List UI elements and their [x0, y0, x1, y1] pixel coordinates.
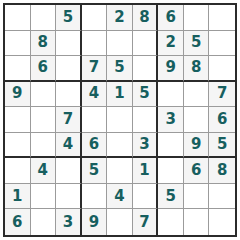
cell-r8c4[interactable] — [82, 184, 108, 210]
cell-r7c7[interactable] — [158, 158, 184, 184]
cell-r4c7[interactable] — [158, 82, 184, 108]
cell-r1c6[interactable]: 8 — [133, 5, 159, 31]
cell-r9c9[interactable] — [209, 209, 235, 235]
cell-r5c1[interactable] — [5, 107, 31, 133]
cell-r3c1[interactable] — [5, 56, 31, 82]
cell-r8c6[interactable] — [133, 184, 159, 210]
cell-r5c6[interactable] — [133, 107, 159, 133]
cell-r2c4[interactable] — [82, 31, 108, 57]
cell-r4c4[interactable]: 4 — [82, 82, 108, 108]
sudoku-board: 5286825675989415773646395451681456397 — [3, 3, 237, 237]
cell-r3c8[interactable]: 8 — [184, 56, 210, 82]
cell-r6c3[interactable]: 4 — [56, 133, 82, 159]
cell-r4c6[interactable]: 5 — [133, 82, 159, 108]
cell-r4c5[interactable]: 1 — [107, 82, 133, 108]
cell-r5c4[interactable] — [82, 107, 108, 133]
cell-r9c6[interactable]: 7 — [133, 209, 159, 235]
cell-r9c3[interactable]: 3 — [56, 209, 82, 235]
sudoku-page: 5286825675989415773646395451681456397 — [0, 0, 240, 240]
cell-r6c2[interactable] — [31, 133, 57, 159]
cell-r6c7[interactable] — [158, 133, 184, 159]
cell-r2c8[interactable]: 5 — [184, 31, 210, 57]
cell-r1c7[interactable]: 6 — [158, 5, 184, 31]
cell-r3c7[interactable]: 9 — [158, 56, 184, 82]
cell-r8c3[interactable] — [56, 184, 82, 210]
cell-r9c2[interactable] — [31, 209, 57, 235]
cell-r8c1[interactable]: 1 — [5, 184, 31, 210]
cell-r4c1[interactable]: 9 — [5, 82, 31, 108]
cell-r5c8[interactable] — [184, 107, 210, 133]
cell-r6c6[interactable]: 3 — [133, 133, 159, 159]
cell-r6c4[interactable]: 6 — [82, 133, 108, 159]
cell-r7c3[interactable] — [56, 158, 82, 184]
cell-r3c6[interactable] — [133, 56, 159, 82]
cell-r5c5[interactable] — [107, 107, 133, 133]
cell-r2c7[interactable]: 2 — [158, 31, 184, 57]
cell-r6c1[interactable] — [5, 133, 31, 159]
cell-r8c9[interactable] — [209, 184, 235, 210]
cell-r2c9[interactable] — [209, 31, 235, 57]
cell-r5c2[interactable] — [31, 107, 57, 133]
cell-r6c5[interactable] — [107, 133, 133, 159]
cell-r7c1[interactable] — [5, 158, 31, 184]
cell-r5c7[interactable]: 3 — [158, 107, 184, 133]
cell-r8c2[interactable] — [31, 184, 57, 210]
cell-r9c4[interactable]: 9 — [82, 209, 108, 235]
cell-r2c5[interactable] — [107, 31, 133, 57]
cell-r2c1[interactable] — [5, 31, 31, 57]
cell-r4c2[interactable] — [31, 82, 57, 108]
cell-r8c7[interactable]: 5 — [158, 184, 184, 210]
cell-r3c5[interactable]: 5 — [107, 56, 133, 82]
cell-r7c9[interactable]: 8 — [209, 158, 235, 184]
cell-r5c9[interactable]: 6 — [209, 107, 235, 133]
cell-r2c2[interactable]: 8 — [31, 31, 57, 57]
cell-r1c4[interactable] — [82, 5, 108, 31]
cell-r1c9[interactable] — [209, 5, 235, 31]
cell-r1c3[interactable]: 5 — [56, 5, 82, 31]
cell-r7c4[interactable]: 5 — [82, 158, 108, 184]
cell-r9c8[interactable] — [184, 209, 210, 235]
cell-r7c8[interactable]: 6 — [184, 158, 210, 184]
cell-r6c8[interactable]: 9 — [184, 133, 210, 159]
cell-r1c1[interactable] — [5, 5, 31, 31]
cell-r1c5[interactable]: 2 — [107, 5, 133, 31]
cell-r9c1[interactable]: 6 — [5, 209, 31, 235]
cell-r7c2[interactable]: 4 — [31, 158, 57, 184]
cell-r8c8[interactable] — [184, 184, 210, 210]
cell-r2c6[interactable] — [133, 31, 159, 57]
cell-r4c9[interactable]: 7 — [209, 82, 235, 108]
cell-r4c3[interactable] — [56, 82, 82, 108]
cell-r9c7[interactable] — [158, 209, 184, 235]
cell-r7c6[interactable]: 1 — [133, 158, 159, 184]
cell-r3c2[interactable]: 6 — [31, 56, 57, 82]
cell-r5c3[interactable]: 7 — [56, 107, 82, 133]
cell-r3c9[interactable] — [209, 56, 235, 82]
cell-r4c8[interactable] — [184, 82, 210, 108]
cell-r6c9[interactable]: 5 — [209, 133, 235, 159]
cell-r8c5[interactable]: 4 — [107, 184, 133, 210]
cell-r1c8[interactable] — [184, 5, 210, 31]
cell-r3c4[interactable]: 7 — [82, 56, 108, 82]
cell-r7c5[interactable] — [107, 158, 133, 184]
cell-r9c5[interactable] — [107, 209, 133, 235]
cell-r3c3[interactable] — [56, 56, 82, 82]
cell-r2c3[interactable] — [56, 31, 82, 57]
cell-r1c2[interactable] — [31, 5, 57, 31]
